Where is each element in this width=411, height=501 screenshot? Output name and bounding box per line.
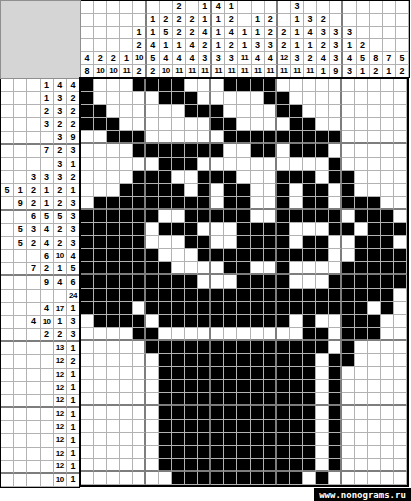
- grid-cell[interactable]: [198, 236, 211, 249]
- grid-cell[interactable]: [237, 131, 250, 144]
- grid-cell[interactable]: [264, 210, 277, 223]
- grid-cell[interactable]: [329, 393, 342, 406]
- grid-cell[interactable]: [368, 105, 381, 118]
- grid-cell[interactable]: [237, 289, 250, 302]
- grid-cell[interactable]: [394, 354, 407, 367]
- grid-cell[interactable]: [342, 341, 355, 354]
- grid-cell[interactable]: [172, 341, 185, 354]
- grid-cell[interactable]: [146, 275, 159, 288]
- grid-cell[interactable]: [94, 289, 107, 302]
- grid-cell[interactable]: [146, 406, 159, 419]
- grid-cell[interactable]: [81, 420, 94, 433]
- grid-cell[interactable]: [211, 223, 224, 236]
- grid-cell[interactable]: [264, 144, 277, 157]
- grid-cell[interactable]: [198, 131, 211, 144]
- grid-cell[interactable]: [355, 302, 368, 315]
- grid-cell[interactable]: [107, 393, 120, 406]
- grid-cell[interactable]: [120, 92, 133, 105]
- grid-cell[interactable]: [251, 197, 264, 210]
- grid-cell[interactable]: [316, 275, 329, 288]
- grid-cell[interactable]: [368, 289, 381, 302]
- grid-cell[interactable]: [107, 328, 120, 341]
- grid-cell[interactable]: [329, 459, 342, 472]
- grid-cell[interactable]: [81, 275, 94, 288]
- grid-cell[interactable]: [251, 249, 264, 262]
- grid-cell[interactable]: [224, 79, 237, 92]
- grid-cell[interactable]: [329, 328, 342, 341]
- grid-cell[interactable]: [237, 118, 250, 131]
- grid-cell[interactable]: [159, 380, 172, 393]
- grid-cell[interactable]: [342, 118, 355, 131]
- grid-cell[interactable]: [120, 380, 133, 393]
- grid-cell[interactable]: [290, 380, 303, 393]
- grid-cell[interactable]: [185, 433, 198, 446]
- grid-cell[interactable]: [329, 171, 342, 184]
- grid-cell[interactable]: [237, 420, 250, 433]
- grid-cell[interactable]: [342, 249, 355, 262]
- grid-cell[interactable]: [303, 92, 316, 105]
- grid-cell[interactable]: [303, 328, 316, 341]
- grid-cell[interactable]: [159, 105, 172, 118]
- grid-cell[interactable]: [290, 197, 303, 210]
- grid-cell[interactable]: [185, 79, 198, 92]
- grid-cell[interactable]: [329, 144, 342, 157]
- grid-cell[interactable]: [94, 223, 107, 236]
- grid-cell[interactable]: [81, 328, 94, 341]
- grid-cell[interactable]: [94, 472, 107, 485]
- grid-cell[interactable]: [94, 144, 107, 157]
- grid-cell[interactable]: [211, 79, 224, 92]
- grid-cell[interactable]: [159, 289, 172, 302]
- grid-cell[interactable]: [368, 262, 381, 275]
- grid-cell[interactable]: [342, 393, 355, 406]
- grid-cell[interactable]: [316, 249, 329, 262]
- grid-cell[interactable]: [368, 393, 381, 406]
- grid-cell[interactable]: [107, 131, 120, 144]
- grid-cell[interactable]: [264, 275, 277, 288]
- grid-cell[interactable]: [211, 354, 224, 367]
- grid-cell[interactable]: [290, 433, 303, 446]
- grid-cell[interactable]: [342, 144, 355, 157]
- grid-cell[interactable]: [368, 197, 381, 210]
- grid-cell[interactable]: [159, 197, 172, 210]
- grid-cell[interactable]: [277, 446, 290, 459]
- grid-cell[interactable]: [251, 275, 264, 288]
- grid-cell[interactable]: [107, 433, 120, 446]
- grid-cell[interactable]: [290, 275, 303, 288]
- grid-cell[interactable]: [81, 354, 94, 367]
- grid-cell[interactable]: [342, 197, 355, 210]
- grid-cell[interactable]: [394, 315, 407, 328]
- grid-cell[interactable]: [224, 197, 237, 210]
- grid-cell[interactable]: [251, 472, 264, 485]
- grid-cell[interactable]: [290, 459, 303, 472]
- grid-cell[interactable]: [316, 171, 329, 184]
- grid-cell[interactable]: [355, 341, 368, 354]
- grid-cell[interactable]: [277, 420, 290, 433]
- grid-cell[interactable]: [251, 184, 264, 197]
- grid-cell[interactable]: [237, 315, 250, 328]
- grid-cell[interactable]: [342, 92, 355, 105]
- grid-cell[interactable]: [94, 79, 107, 92]
- grid-cell[interactable]: [368, 315, 381, 328]
- grid-cell[interactable]: [94, 210, 107, 223]
- grid-cell[interactable]: [290, 144, 303, 157]
- grid-cell[interactable]: [368, 406, 381, 419]
- grid-cell[interactable]: [185, 367, 198, 380]
- grid-cell[interactable]: [290, 236, 303, 249]
- grid-cell[interactable]: [185, 118, 198, 131]
- grid-cell[interactable]: [211, 420, 224, 433]
- grid-cell[interactable]: [185, 249, 198, 262]
- grid-cell[interactable]: [172, 210, 185, 223]
- grid-cell[interactable]: [368, 249, 381, 262]
- grid-cell[interactable]: [251, 105, 264, 118]
- grid-cell[interactable]: [107, 354, 120, 367]
- grid-cell[interactable]: [198, 341, 211, 354]
- grid-cell[interactable]: [198, 302, 211, 315]
- grid-cell[interactable]: [120, 79, 133, 92]
- grid-cell[interactable]: [277, 184, 290, 197]
- grid-cell[interactable]: [133, 236, 146, 249]
- grid-cell[interactable]: [185, 275, 198, 288]
- grid-cell[interactable]: [368, 158, 381, 171]
- grid-cell[interactable]: [290, 131, 303, 144]
- grid-cell[interactable]: [329, 197, 342, 210]
- grid-cell[interactable]: [94, 446, 107, 459]
- grid-cell[interactable]: [277, 158, 290, 171]
- grid-cell[interactable]: [381, 315, 394, 328]
- grid-cell[interactable]: [303, 249, 316, 262]
- grid-cell[interactable]: [146, 144, 159, 157]
- grid-cell[interactable]: [120, 393, 133, 406]
- grid-cell[interactable]: [237, 459, 250, 472]
- grid-cell[interactable]: [146, 367, 159, 380]
- grid-cell[interactable]: [264, 118, 277, 131]
- grid-cell[interactable]: [277, 406, 290, 419]
- grid-cell[interactable]: [146, 210, 159, 223]
- grid-cell[interactable]: [290, 328, 303, 341]
- grid-cell[interactable]: [303, 393, 316, 406]
- grid-cell[interactable]: [224, 433, 237, 446]
- grid-cell[interactable]: [303, 223, 316, 236]
- grid-cell[interactable]: [303, 472, 316, 485]
- grid-cell[interactable]: [81, 262, 94, 275]
- grid-cell[interactable]: [120, 459, 133, 472]
- grid-cell[interactable]: [368, 131, 381, 144]
- grid-cell[interactable]: [237, 262, 250, 275]
- grid-cell[interactable]: [290, 446, 303, 459]
- grid-cell[interactable]: [277, 131, 290, 144]
- grid-cell[interactable]: [81, 131, 94, 144]
- grid-cell[interactable]: [368, 446, 381, 459]
- grid-cell[interactable]: [264, 249, 277, 262]
- grid-cell[interactable]: [329, 380, 342, 393]
- grid-cell[interactable]: [381, 380, 394, 393]
- grid-cell[interactable]: [264, 472, 277, 485]
- grid-cell[interactable]: [120, 315, 133, 328]
- grid-cell[interactable]: [94, 315, 107, 328]
- grid-cell[interactable]: [172, 446, 185, 459]
- grid-cell[interactable]: [329, 315, 342, 328]
- grid-cell[interactable]: [237, 171, 250, 184]
- grid-cell[interactable]: [81, 144, 94, 157]
- grid-cell[interactable]: [107, 289, 120, 302]
- grid-cell[interactable]: [185, 459, 198, 472]
- grid-cell[interactable]: [94, 354, 107, 367]
- grid-cell[interactable]: [355, 472, 368, 485]
- grid-cell[interactable]: [316, 302, 329, 315]
- grid-cell[interactable]: [381, 118, 394, 131]
- grid-cell[interactable]: [198, 275, 211, 288]
- grid-cell[interactable]: [342, 446, 355, 459]
- grid-cell[interactable]: [329, 406, 342, 419]
- grid-cell[interactable]: [133, 210, 146, 223]
- grid-cell[interactable]: [264, 197, 277, 210]
- grid-cell[interactable]: [133, 131, 146, 144]
- grid-cell[interactable]: [355, 249, 368, 262]
- grid-cell[interactable]: [185, 210, 198, 223]
- grid-cell[interactable]: [277, 144, 290, 157]
- grid-cell[interactable]: [342, 315, 355, 328]
- grid-cell[interactable]: [237, 197, 250, 210]
- grid-cell[interactable]: [342, 236, 355, 249]
- grid-cell[interactable]: [355, 406, 368, 419]
- grid-cell[interactable]: [277, 289, 290, 302]
- grid-cell[interactable]: [251, 446, 264, 459]
- grid-cell[interactable]: [107, 446, 120, 459]
- grid-cell[interactable]: [146, 118, 159, 131]
- grid-cell[interactable]: [368, 367, 381, 380]
- grid-cell[interactable]: [211, 236, 224, 249]
- grid-cell[interactable]: [146, 184, 159, 197]
- grid-cell[interactable]: [303, 341, 316, 354]
- grid-cell[interactable]: [251, 144, 264, 157]
- grid-cell[interactable]: [146, 393, 159, 406]
- grid-cell[interactable]: [368, 459, 381, 472]
- grid-cell[interactable]: [211, 380, 224, 393]
- grid-cell[interactable]: [264, 158, 277, 171]
- grid-cell[interactable]: [381, 262, 394, 275]
- grid-cell[interactable]: [211, 328, 224, 341]
- grid-cell[interactable]: [159, 354, 172, 367]
- grid-cell[interactable]: [381, 406, 394, 419]
- grid-cell[interactable]: [198, 249, 211, 262]
- grid-cell[interactable]: [277, 367, 290, 380]
- grid-cell[interactable]: [107, 472, 120, 485]
- grid-cell[interactable]: [159, 92, 172, 105]
- grid-cell[interactable]: [172, 131, 185, 144]
- grid-cell[interactable]: [94, 262, 107, 275]
- grid-cell[interactable]: [81, 341, 94, 354]
- grid-cell[interactable]: [368, 302, 381, 315]
- grid-cell[interactable]: [120, 171, 133, 184]
- grid-cell[interactable]: [251, 158, 264, 171]
- grid-cell[interactable]: [159, 223, 172, 236]
- grid-cell[interactable]: [172, 275, 185, 288]
- grid-cell[interactable]: [368, 275, 381, 288]
- grid-cell[interactable]: [107, 171, 120, 184]
- grid-cell[interactable]: [355, 354, 368, 367]
- grid-cell[interactable]: [251, 380, 264, 393]
- grid-cell[interactable]: [368, 433, 381, 446]
- grid-cell[interactable]: [316, 420, 329, 433]
- grid-cell[interactable]: [159, 158, 172, 171]
- grid-cell[interactable]: [120, 446, 133, 459]
- grid-cell[interactable]: [94, 302, 107, 315]
- grid-cell[interactable]: [316, 341, 329, 354]
- grid-cell[interactable]: [381, 275, 394, 288]
- grid-cell[interactable]: [133, 315, 146, 328]
- grid-cell[interactable]: [316, 223, 329, 236]
- grid-cell[interactable]: [394, 79, 407, 92]
- grid-cell[interactable]: [251, 433, 264, 446]
- grid-cell[interactable]: [264, 367, 277, 380]
- grid-cell[interactable]: [237, 144, 250, 157]
- grid-cell[interactable]: [277, 341, 290, 354]
- grid-cell[interactable]: [342, 302, 355, 315]
- grid-cell[interactable]: [120, 302, 133, 315]
- grid-cell[interactable]: [211, 459, 224, 472]
- grid-cell[interactable]: [211, 92, 224, 105]
- grid-cell[interactable]: [146, 79, 159, 92]
- grid-cell[interactable]: [316, 367, 329, 380]
- grid-cell[interactable]: [120, 249, 133, 262]
- grid-cell[interactable]: [133, 459, 146, 472]
- grid-cell[interactable]: [251, 262, 264, 275]
- grid-cell[interactable]: [81, 210, 94, 223]
- grid-cell[interactable]: [107, 184, 120, 197]
- grid-cell[interactable]: [120, 289, 133, 302]
- grid-cell[interactable]: [159, 171, 172, 184]
- grid-cell[interactable]: [211, 275, 224, 288]
- grid-cell[interactable]: [303, 184, 316, 197]
- grid-cell[interactable]: [146, 341, 159, 354]
- grid-cell[interactable]: [355, 197, 368, 210]
- grid-cell[interactable]: [224, 105, 237, 118]
- grid-cell[interactable]: [329, 302, 342, 315]
- grid-cell[interactable]: [394, 158, 407, 171]
- grid-cell[interactable]: [198, 158, 211, 171]
- grid-cell[interactable]: [329, 275, 342, 288]
- grid-cell[interactable]: [290, 105, 303, 118]
- grid-cell[interactable]: [303, 131, 316, 144]
- grid-cell[interactable]: [342, 158, 355, 171]
- grid-cell[interactable]: [290, 393, 303, 406]
- grid-cell[interactable]: [277, 393, 290, 406]
- grid-cell[interactable]: [316, 459, 329, 472]
- grid-cell[interactable]: [133, 472, 146, 485]
- grid-cell[interactable]: [107, 144, 120, 157]
- grid-cell[interactable]: [107, 249, 120, 262]
- grid-cell[interactable]: [264, 459, 277, 472]
- grid-cell[interactable]: [81, 79, 94, 92]
- grid-cell[interactable]: [290, 118, 303, 131]
- grid-cell[interactable]: [264, 315, 277, 328]
- grid-cell[interactable]: [290, 171, 303, 184]
- grid-cell[interactable]: [277, 105, 290, 118]
- grid-cell[interactable]: [185, 184, 198, 197]
- grid-cell[interactable]: [316, 472, 329, 485]
- grid-cell[interactable]: [277, 223, 290, 236]
- grid-cell[interactable]: [316, 118, 329, 131]
- grid-cell[interactable]: [146, 105, 159, 118]
- grid-cell[interactable]: [224, 420, 237, 433]
- grid-cell[interactable]: [264, 420, 277, 433]
- grid-cell[interactable]: [185, 105, 198, 118]
- grid-cell[interactable]: [159, 131, 172, 144]
- grid-cell[interactable]: [172, 79, 185, 92]
- grid-cell[interactable]: [133, 393, 146, 406]
- grid-cell[interactable]: [224, 171, 237, 184]
- grid-cell[interactable]: [185, 131, 198, 144]
- grid-cell[interactable]: [264, 446, 277, 459]
- grid-cell[interactable]: [224, 262, 237, 275]
- grid-cell[interactable]: [303, 236, 316, 249]
- grid-cell[interactable]: [251, 92, 264, 105]
- grid-cell[interactable]: [107, 118, 120, 131]
- grid-cell[interactable]: [185, 446, 198, 459]
- grid-cell[interactable]: [355, 367, 368, 380]
- grid-cell[interactable]: [107, 420, 120, 433]
- grid-cell[interactable]: [290, 79, 303, 92]
- grid-cell[interactable]: [329, 118, 342, 131]
- grid-cell[interactable]: [316, 354, 329, 367]
- grid-cell[interactable]: [290, 158, 303, 171]
- grid-cell[interactable]: [381, 472, 394, 485]
- grid-cell[interactable]: [185, 92, 198, 105]
- grid-cell[interactable]: [264, 393, 277, 406]
- grid-cell[interactable]: [368, 420, 381, 433]
- grid-cell[interactable]: [107, 79, 120, 92]
- grid-cell[interactable]: [133, 406, 146, 419]
- grid-cell[interactable]: [172, 223, 185, 236]
- grid-cell[interactable]: [120, 105, 133, 118]
- grid-cell[interactable]: [303, 171, 316, 184]
- grid-cell[interactable]: [381, 420, 394, 433]
- grid-cell[interactable]: [120, 262, 133, 275]
- grid-cell[interactable]: [159, 275, 172, 288]
- grid-cell[interactable]: [81, 459, 94, 472]
- grid-cell[interactable]: [368, 171, 381, 184]
- grid-cell[interactable]: [264, 341, 277, 354]
- grid-cell[interactable]: [133, 158, 146, 171]
- grid-cell[interactable]: [303, 158, 316, 171]
- grid-cell[interactable]: [264, 354, 277, 367]
- grid-cell[interactable]: [185, 158, 198, 171]
- grid-cell[interactable]: [381, 249, 394, 262]
- grid-cell[interactable]: [185, 302, 198, 315]
- grid-cell[interactable]: [81, 433, 94, 446]
- grid-cell[interactable]: [264, 328, 277, 341]
- grid-cell[interactable]: [329, 92, 342, 105]
- grid-cell[interactable]: [394, 459, 407, 472]
- grid-cell[interactable]: [381, 433, 394, 446]
- grid-cell[interactable]: [198, 446, 211, 459]
- grid-cell[interactable]: [146, 197, 159, 210]
- grid-cell[interactable]: [224, 236, 237, 249]
- grid-cell[interactable]: [81, 158, 94, 171]
- grid-cell[interactable]: [329, 262, 342, 275]
- grid-cell[interactable]: [224, 354, 237, 367]
- grid-cell[interactable]: [211, 433, 224, 446]
- grid-cell[interactable]: [94, 433, 107, 446]
- grid-cell[interactable]: [159, 210, 172, 223]
- grid-cell[interactable]: [120, 472, 133, 485]
- grid-cell[interactable]: [159, 236, 172, 249]
- grid-cell[interactable]: [316, 433, 329, 446]
- grid-cell[interactable]: [368, 144, 381, 157]
